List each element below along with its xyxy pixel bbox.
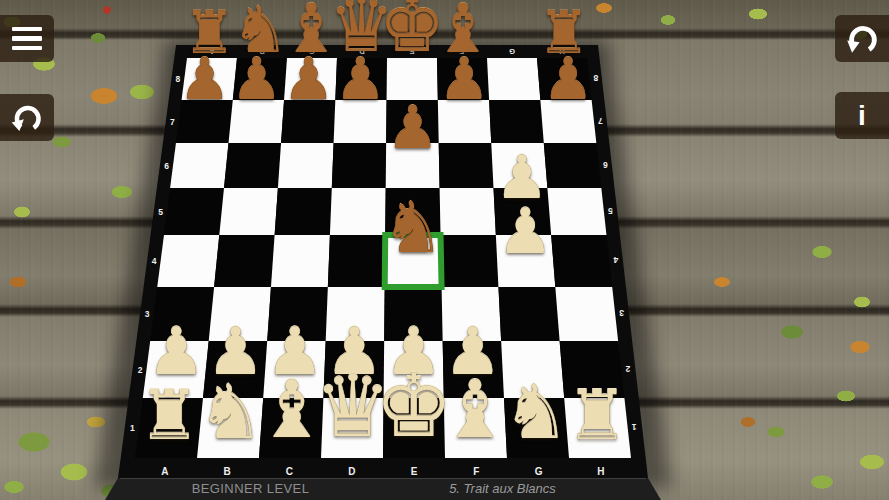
rank-label-left-2: 2	[138, 365, 143, 375]
game-scene: 8877665544332211AABBCCDDEEFFGGHH ♜♞♝♛♚♝♜…	[0, 0, 889, 500]
square-h6[interactable]	[544, 143, 602, 188]
rank-label-right-5: 5	[608, 206, 613, 216]
square-f1[interactable]	[444, 398, 507, 458]
rank-label-left-3: 3	[145, 309, 150, 319]
square-c7[interactable]	[281, 100, 335, 143]
file-label-top-e: E	[409, 47, 414, 56]
square-a2[interactable]	[143, 341, 209, 398]
square-b1[interactable]	[197, 398, 263, 458]
square-h2[interactable]	[560, 341, 625, 398]
rank-label-left-1: 1	[130, 423, 135, 433]
file-label-bottom-f: F	[473, 466, 479, 477]
square-f5[interactable]	[440, 188, 496, 235]
level-label: BEGINNER LEVEL	[178, 481, 323, 497]
square-g2[interactable]	[501, 341, 564, 398]
rank-label-right-4: 4	[613, 255, 618, 265]
square-g5[interactable]	[494, 188, 552, 235]
square-e3[interactable]	[384, 287, 442, 341]
file-label-top-b: B	[259, 47, 265, 56]
rank-label-left-8: 8	[175, 74, 180, 84]
square-h8[interactable]	[537, 58, 592, 100]
square-d2[interactable]	[323, 341, 384, 398]
square-d7[interactable]	[334, 100, 387, 143]
file-label-top-a: A	[209, 47, 215, 56]
square-g7[interactable]	[489, 100, 544, 143]
square-e2[interactable]	[384, 341, 444, 398]
rank-label-right-3: 3	[619, 308, 624, 318]
rotate-icon	[9, 100, 45, 136]
square-h4[interactable]	[551, 235, 612, 287]
turn-indicator: 5. Trait aux Blancs	[430, 481, 575, 497]
square-g4[interactable]	[496, 235, 555, 287]
square-c2[interactable]	[263, 341, 325, 398]
square-c4[interactable]	[271, 235, 330, 287]
square-h1[interactable]	[564, 398, 631, 458]
square-e8[interactable]	[387, 58, 438, 100]
square-f8[interactable]	[437, 58, 489, 100]
square-d6[interactable]	[332, 143, 386, 188]
file-label-bottom-e: E	[411, 466, 418, 477]
hamburger-icon	[12, 27, 42, 51]
square-a3[interactable]	[150, 287, 214, 341]
square-b3[interactable]	[209, 287, 271, 341]
file-label-bottom-g: G	[535, 466, 543, 477]
square-a4[interactable]	[157, 235, 219, 287]
square-d8[interactable]	[335, 58, 387, 100]
square-d1[interactable]	[321, 398, 384, 458]
file-label-bottom-h: H	[597, 466, 604, 477]
square-b7[interactable]	[229, 100, 285, 143]
square-c6[interactable]	[278, 143, 334, 188]
file-label-bottom-b: B	[224, 466, 231, 477]
square-a7[interactable]	[176, 100, 233, 143]
rank-label-left-4: 4	[152, 256, 157, 266]
undo-icon	[843, 20, 881, 58]
square-f3[interactable]	[442, 287, 502, 341]
square-b2[interactable]	[203, 341, 267, 398]
square-h3[interactable]	[555, 287, 618, 341]
square-f6[interactable]	[439, 143, 494, 188]
rotate-board-button[interactable]	[0, 94, 54, 141]
file-label-bottom-a: A	[161, 466, 168, 477]
file-label-top-g: G	[509, 47, 515, 56]
square-d5[interactable]	[330, 188, 386, 235]
square-e7[interactable]	[386, 100, 439, 143]
square-c5[interactable]	[275, 188, 332, 235]
rank-label-right-6: 6	[603, 160, 608, 170]
square-b8[interactable]	[233, 58, 287, 100]
square-f4[interactable]	[441, 235, 499, 287]
square-a1[interactable]	[135, 398, 203, 458]
rank-label-left-5: 5	[158, 207, 163, 217]
square-g3[interactable]	[498, 287, 559, 341]
rank-label-right-7: 7	[598, 116, 603, 126]
square-d4[interactable]	[328, 235, 385, 287]
square-e5[interactable]	[385, 188, 440, 235]
square-c3[interactable]	[267, 287, 328, 341]
square-g1[interactable]	[504, 398, 569, 458]
rank-label-left-7: 7	[170, 117, 175, 127]
square-f2[interactable]	[443, 341, 504, 398]
square-b5[interactable]	[219, 188, 278, 235]
square-h7[interactable]	[540, 100, 596, 143]
square-h5[interactable]	[547, 188, 606, 235]
file-label-top-h: H	[559, 47, 564, 56]
file-label-top-f: F	[459, 47, 464, 56]
rank-label-right-1: 1	[632, 422, 637, 432]
square-b4[interactable]	[214, 235, 275, 287]
square-c1[interactable]	[259, 398, 323, 458]
chess-board[interactable]: 8877665544332211AABBCCDDEEFFGGHH	[0, 0, 889, 500]
square-a6[interactable]	[170, 143, 228, 188]
info-icon: i	[858, 100, 866, 132]
highlight-square-e4[interactable]	[385, 235, 442, 287]
rank-label-left-6: 6	[164, 161, 169, 171]
square-e6[interactable]	[386, 143, 440, 188]
rank-label-right-2: 2	[625, 364, 630, 374]
undo-button[interactable]	[835, 15, 889, 62]
square-c8[interactable]	[284, 58, 337, 100]
menu-button[interactable]	[0, 15, 54, 62]
square-b6[interactable]	[224, 143, 281, 188]
square-g8[interactable]	[487, 58, 540, 100]
info-button[interactable]: i	[835, 92, 889, 139]
file-label-bottom-d: D	[348, 466, 355, 477]
square-g6[interactable]	[491, 143, 547, 188]
square-a8[interactable]	[182, 58, 237, 100]
rank-label-right-8: 8	[593, 73, 598, 83]
square-a5[interactable]	[164, 188, 224, 235]
square-d3[interactable]	[326, 287, 385, 341]
file-label-top-c: C	[309, 47, 315, 56]
file-label-top-d: D	[359, 47, 365, 56]
square-f7[interactable]	[438, 100, 491, 143]
square-e1[interactable]	[383, 398, 445, 458]
file-label-bottom-c: C	[286, 466, 293, 477]
